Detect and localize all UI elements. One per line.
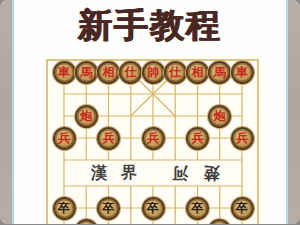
piece-red-車[interactable]: 車	[53, 61, 76, 84]
piece-character: 車	[236, 66, 248, 78]
piece-red-馬[interactable]: 馬	[75, 61, 98, 84]
piece-character: 相	[192, 66, 204, 78]
piece-character: 炮	[80, 110, 92, 122]
piece-red-兵[interactable]: 兵	[142, 127, 165, 150]
piece-character: 仕	[125, 66, 137, 78]
piece-red-相[interactable]: 相	[186, 61, 209, 84]
piece-red-車[interactable]: 車	[231, 61, 254, 84]
piece-character: 炮	[80, 224, 92, 225]
piece-red-仕[interactable]: 仕	[164, 61, 187, 84]
piece-character: 相	[103, 66, 115, 78]
content-card: 新手教程 漢 界 河 楚 車馬相仕帥仕相馬車炮炮兵兵兵兵兵卒卒卒卒卒炮炮車馬象士…	[12, 0, 288, 224]
piece-red-兵[interactable]: 兵	[97, 127, 120, 150]
right-gray-band	[288, 0, 300, 224]
piece-red-相[interactable]: 相	[97, 61, 120, 84]
piece-red-炮[interactable]: 炮	[75, 105, 98, 128]
piece-red-炮[interactable]: 炮	[208, 105, 231, 128]
piece-black-卒[interactable]: 卒	[97, 197, 120, 220]
river-label-he: 河	[170, 163, 190, 183]
tutorial-screenshot: 新手教程 漢 界 河 楚 車馬相仕帥仕相馬車炮炮兵兵兵兵兵卒卒卒卒卒炮炮車馬象士…	[0, 0, 300, 224]
piece-black-卒[interactable]: 卒	[53, 197, 76, 220]
piece-red-馬[interactable]: 馬	[208, 61, 231, 84]
piece-character: 兵	[236, 132, 248, 144]
piece-character: 車	[58, 66, 70, 78]
piece-red-仕[interactable]: 仕	[119, 61, 142, 84]
piece-character: 卒	[147, 202, 159, 214]
piece-character: 兵	[192, 132, 204, 144]
piece-character: 卒	[236, 202, 248, 214]
piece-character: 帥	[147, 66, 159, 78]
piece-character: 卒	[192, 202, 204, 214]
piece-red-兵[interactable]: 兵	[231, 127, 254, 150]
river-label-chu: 楚	[202, 163, 222, 183]
piece-character: 仕	[169, 66, 181, 78]
piece-character: 卒	[58, 202, 70, 214]
piece-character: 馬	[80, 66, 92, 78]
piece-character: 馬	[214, 66, 226, 78]
piece-black-卒[interactable]: 卒	[142, 197, 165, 220]
piece-character: 炮	[214, 224, 226, 225]
river-label-jie: 界	[119, 163, 139, 183]
left-gray-band	[0, 0, 12, 224]
piece-character: 兵	[147, 132, 159, 144]
page-title: 新手教程	[14, 1, 286, 49]
piece-red-帥[interactable]: 帥	[142, 61, 165, 84]
piece-red-兵[interactable]: 兵	[186, 127, 209, 150]
piece-character: 卒	[103, 202, 115, 214]
piece-black-卒[interactable]: 卒	[186, 197, 209, 220]
xiangqi-board[interactable]: 漢 界 河 楚 車馬相仕帥仕相馬車炮炮兵兵兵兵兵卒卒卒卒卒炮炮車馬象士將士象馬車	[46, 59, 259, 224]
piece-character: 兵	[58, 132, 70, 144]
piece-black-卒[interactable]: 卒	[231, 197, 254, 220]
piece-red-兵[interactable]: 兵	[53, 127, 76, 150]
piece-character: 炮	[214, 110, 226, 122]
river-label-han: 漢	[89, 163, 109, 183]
piece-character: 兵	[103, 132, 115, 144]
